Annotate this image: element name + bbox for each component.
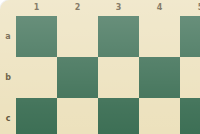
square-c2[interactable] [57, 98, 98, 134]
square-a5[interactable] [180, 16, 200, 57]
square-c5[interactable] [180, 98, 200, 134]
board-grid [16, 16, 200, 134]
square-a2[interactable] [57, 16, 98, 57]
square-b3[interactable] [98, 57, 139, 98]
chess-board: 11aa22bb33cc44dd55ee66ff77gg88hh [0, 0, 200, 134]
file-label-left-a: a [5, 33, 10, 41]
square-c4[interactable] [139, 98, 180, 134]
file-label-left-c: c [6, 115, 11, 123]
rank-label-top-4: 4 [157, 4, 163, 12]
square-b2[interactable] [57, 57, 98, 98]
square-a3[interactable] [98, 16, 139, 57]
square-b5[interactable] [180, 57, 200, 98]
square-a1[interactable] [16, 16, 57, 57]
square-b4[interactable] [139, 57, 180, 98]
rank-label-top-2: 2 [75, 4, 81, 12]
rank-label-top-5: 5 [198, 4, 200, 12]
square-a4[interactable] [139, 16, 180, 57]
scene: 11aa22bb33cc44dd55ee66ff77gg88hh [0, 0, 200, 134]
square-c1[interactable] [16, 98, 57, 134]
file-label-left-b: b [5, 74, 11, 82]
board-surface: 11aa22bb33cc44dd55ee66ff77gg88hh [0, 0, 200, 134]
rank-label-top-3: 3 [116, 4, 122, 12]
square-b1[interactable] [16, 57, 57, 98]
square-c3[interactable] [98, 98, 139, 134]
rank-label-top-1: 1 [34, 4, 40, 12]
